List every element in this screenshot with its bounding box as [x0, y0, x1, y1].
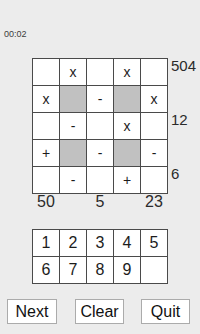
operator-cell-r4c1: + [33, 140, 59, 166]
keypad-key-5[interactable]: 5 [141, 230, 167, 256]
operator-cell-r2c5: x [141, 86, 167, 112]
operator-cell-r3c4: x [114, 113, 140, 139]
operator-cell-r5c2: - [60, 167, 86, 193]
keypad-key-8[interactable]: 8 [87, 257, 113, 283]
keypad-key-4[interactable]: 4 [114, 230, 140, 256]
operator-cell-r1c2: x [60, 59, 86, 85]
col-target-3: 23 [140, 192, 168, 212]
operator-cell-r2c3: - [87, 86, 113, 112]
col-target-1: 50 [32, 192, 60, 212]
row-target-2: 12 [171, 109, 188, 131]
row-target-1: 504 [171, 55, 196, 77]
blocked-cell-r4c4 [114, 140, 140, 166]
quit-button[interactable]: Quit [141, 299, 190, 324]
keypad-key-2[interactable]: 2 [60, 230, 86, 256]
operator-cell-r5c4: + [114, 167, 140, 193]
number-keypad: 1 2 3 4 5 6 7 8 9 [32, 229, 168, 284]
next-button[interactable]: Next [7, 299, 57, 324]
keypad-key-6[interactable]: 6 [33, 257, 59, 283]
keypad-key-9[interactable]: 9 [114, 257, 140, 283]
row-target-3: 6 [171, 163, 179, 185]
input-cell-r1c1[interactable] [33, 59, 59, 85]
input-cell-r5c5[interactable] [141, 167, 167, 193]
blocked-cell-r2c4 [114, 86, 140, 112]
input-cell-r5c3[interactable] [87, 167, 113, 193]
input-cell-r1c3[interactable] [87, 59, 113, 85]
input-cell-r3c1[interactable] [33, 113, 59, 139]
input-cell-r5c1[interactable] [33, 167, 59, 193]
operator-cell-r3c2: - [60, 113, 86, 139]
puzzle-grid: x x x - x - x + - - - + [32, 58, 168, 194]
keypad-key-7[interactable]: 7 [60, 257, 86, 283]
blocked-cell-r4c2 [60, 140, 86, 166]
input-cell-r3c3[interactable] [87, 113, 113, 139]
col-target-2: 5 [86, 192, 114, 212]
keypad-empty-cell [141, 257, 167, 283]
timer: 00:02 [4, 29, 27, 39]
input-cell-r3c5[interactable] [141, 113, 167, 139]
app-screen: 00:02 x x x - x - x + - - - + 504 12 6 5… [0, 0, 200, 334]
operator-cell-r1c4: x [114, 59, 140, 85]
clear-button[interactable]: Clear [75, 299, 124, 324]
input-cell-r1c5[interactable] [141, 59, 167, 85]
keypad-key-1[interactable]: 1 [33, 230, 59, 256]
operator-cell-r4c3: - [87, 140, 113, 166]
operator-cell-r2c1: x [33, 86, 59, 112]
operator-cell-r4c5: - [141, 140, 167, 166]
keypad-key-3[interactable]: 3 [87, 230, 113, 256]
blocked-cell-r2c2 [60, 86, 86, 112]
